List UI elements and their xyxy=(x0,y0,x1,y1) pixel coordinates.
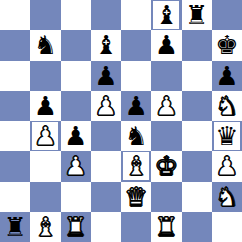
square-c8[interactable] xyxy=(61,0,91,30)
square-b7[interactable]: ♞ xyxy=(30,30,60,60)
white-pawn-piece: ♟ xyxy=(215,151,238,181)
square-d6[interactable]: ♟ xyxy=(91,61,121,91)
black-rook-piece: ♜ xyxy=(3,212,26,242)
black-pawn-piece: ♟ xyxy=(155,30,178,60)
square-d4[interactable] xyxy=(91,121,121,151)
square-b3[interactable] xyxy=(30,151,60,181)
square-d8[interactable] xyxy=(91,0,121,30)
square-h6[interactable]: ♟ xyxy=(212,61,242,91)
square-a3[interactable] xyxy=(0,151,30,181)
square-f7[interactable]: ♟ xyxy=(151,30,181,60)
black-pawn-piece: ♟ xyxy=(64,121,87,151)
white-rook-piece: ♜ xyxy=(64,212,87,242)
square-c5[interactable] xyxy=(61,91,91,121)
square-g7[interactable] xyxy=(182,30,212,60)
square-f8[interactable]: ♝ xyxy=(151,0,181,30)
black-queen-piece: ♛ xyxy=(215,121,238,151)
square-f5[interactable]: ♟ xyxy=(151,91,181,121)
square-f1[interactable]: ♜ xyxy=(151,212,181,242)
square-c1[interactable]: ♜ xyxy=(61,212,91,242)
square-f3[interactable]: ♚ xyxy=(151,151,181,181)
square-h2[interactable]: ♞ xyxy=(212,182,242,212)
square-b4[interactable]: ♟ xyxy=(30,121,60,151)
black-pawn-piece: ♟ xyxy=(94,61,117,91)
square-d7[interactable]: ♝ xyxy=(91,30,121,60)
square-g4[interactable] xyxy=(182,121,212,151)
square-c6[interactable] xyxy=(61,61,91,91)
square-g3[interactable] xyxy=(182,151,212,181)
square-g8[interactable]: ♜ xyxy=(182,0,212,30)
square-h5[interactable]: ♞ xyxy=(212,91,242,121)
black-rook-piece: ♜ xyxy=(185,0,208,30)
square-b6[interactable] xyxy=(30,61,60,91)
square-d5[interactable]: ♟ xyxy=(91,91,121,121)
square-d2[interactable] xyxy=(91,182,121,212)
square-a5[interactable] xyxy=(0,91,30,121)
square-c2[interactable] xyxy=(61,182,91,212)
square-g2[interactable] xyxy=(182,182,212,212)
square-c7[interactable] xyxy=(61,30,91,60)
square-a6[interactable] xyxy=(0,61,30,91)
black-pawn-piece: ♟ xyxy=(34,91,57,121)
white-knight-piece: ♞ xyxy=(215,182,238,212)
square-h1[interactable] xyxy=(212,212,242,242)
square-e5[interactable]: ♟ xyxy=(121,91,151,121)
square-g1[interactable] xyxy=(182,212,212,242)
square-e8[interactable] xyxy=(121,0,151,30)
square-b2[interactable] xyxy=(30,182,60,212)
square-h3[interactable]: ♟ xyxy=(212,151,242,181)
square-e4[interactable]: ♞ xyxy=(121,121,151,151)
square-b1[interactable]: ♝ xyxy=(30,212,60,242)
square-e2[interactable]: ♛ xyxy=(121,182,151,212)
square-a2[interactable] xyxy=(0,182,30,212)
white-pawn-piece: ♟ xyxy=(64,151,87,181)
chess-board: ♝♜♞♝♟♚♟♟♟♟♟♟♞♟♟♞♛♟♝♚♟♛♞♜♝♜♜ xyxy=(0,0,242,242)
black-knight-piece: ♞ xyxy=(34,30,57,60)
black-bishop-piece: ♝ xyxy=(155,0,178,30)
square-h8[interactable] xyxy=(212,0,242,30)
square-a7[interactable] xyxy=(0,30,30,60)
square-g5[interactable] xyxy=(182,91,212,121)
black-knight-piece: ♞ xyxy=(124,121,147,151)
black-pawn-piece: ♟ xyxy=(124,91,147,121)
white-king-piece: ♚ xyxy=(155,151,178,181)
square-d1[interactable] xyxy=(91,212,121,242)
black-bishop-piece: ♝ xyxy=(94,30,117,60)
square-b8[interactable] xyxy=(30,0,60,30)
square-b5[interactable]: ♟ xyxy=(30,91,60,121)
square-a4[interactable] xyxy=(0,121,30,151)
square-c4[interactable]: ♟ xyxy=(61,121,91,151)
square-a8[interactable] xyxy=(0,0,30,30)
square-f6[interactable] xyxy=(151,61,181,91)
white-knight-piece: ♞ xyxy=(215,91,238,121)
square-e1[interactable] xyxy=(121,212,151,242)
white-queen-piece: ♛ xyxy=(124,182,147,212)
white-pawn-piece: ♟ xyxy=(34,121,57,151)
white-bishop-piece: ♝ xyxy=(34,212,57,242)
square-a1[interactable]: ♜ xyxy=(0,212,30,242)
white-pawn-piece: ♟ xyxy=(94,91,117,121)
square-e7[interactable] xyxy=(121,30,151,60)
square-h7[interactable]: ♚ xyxy=(212,30,242,60)
square-g6[interactable] xyxy=(182,61,212,91)
white-bishop-piece: ♝ xyxy=(124,151,147,181)
square-d3[interactable] xyxy=(91,151,121,181)
square-h4[interactable]: ♛ xyxy=(212,121,242,151)
square-e3[interactable]: ♝ xyxy=(121,151,151,181)
black-king-piece: ♚ xyxy=(215,30,238,60)
square-e6[interactable] xyxy=(121,61,151,91)
white-rook-piece: ♜ xyxy=(155,212,178,242)
square-f4[interactable] xyxy=(151,121,181,151)
black-pawn-piece: ♟ xyxy=(215,61,238,91)
white-pawn-piece: ♟ xyxy=(155,91,178,121)
square-f2[interactable] xyxy=(151,182,181,212)
square-c3[interactable]: ♟ xyxy=(61,151,91,181)
